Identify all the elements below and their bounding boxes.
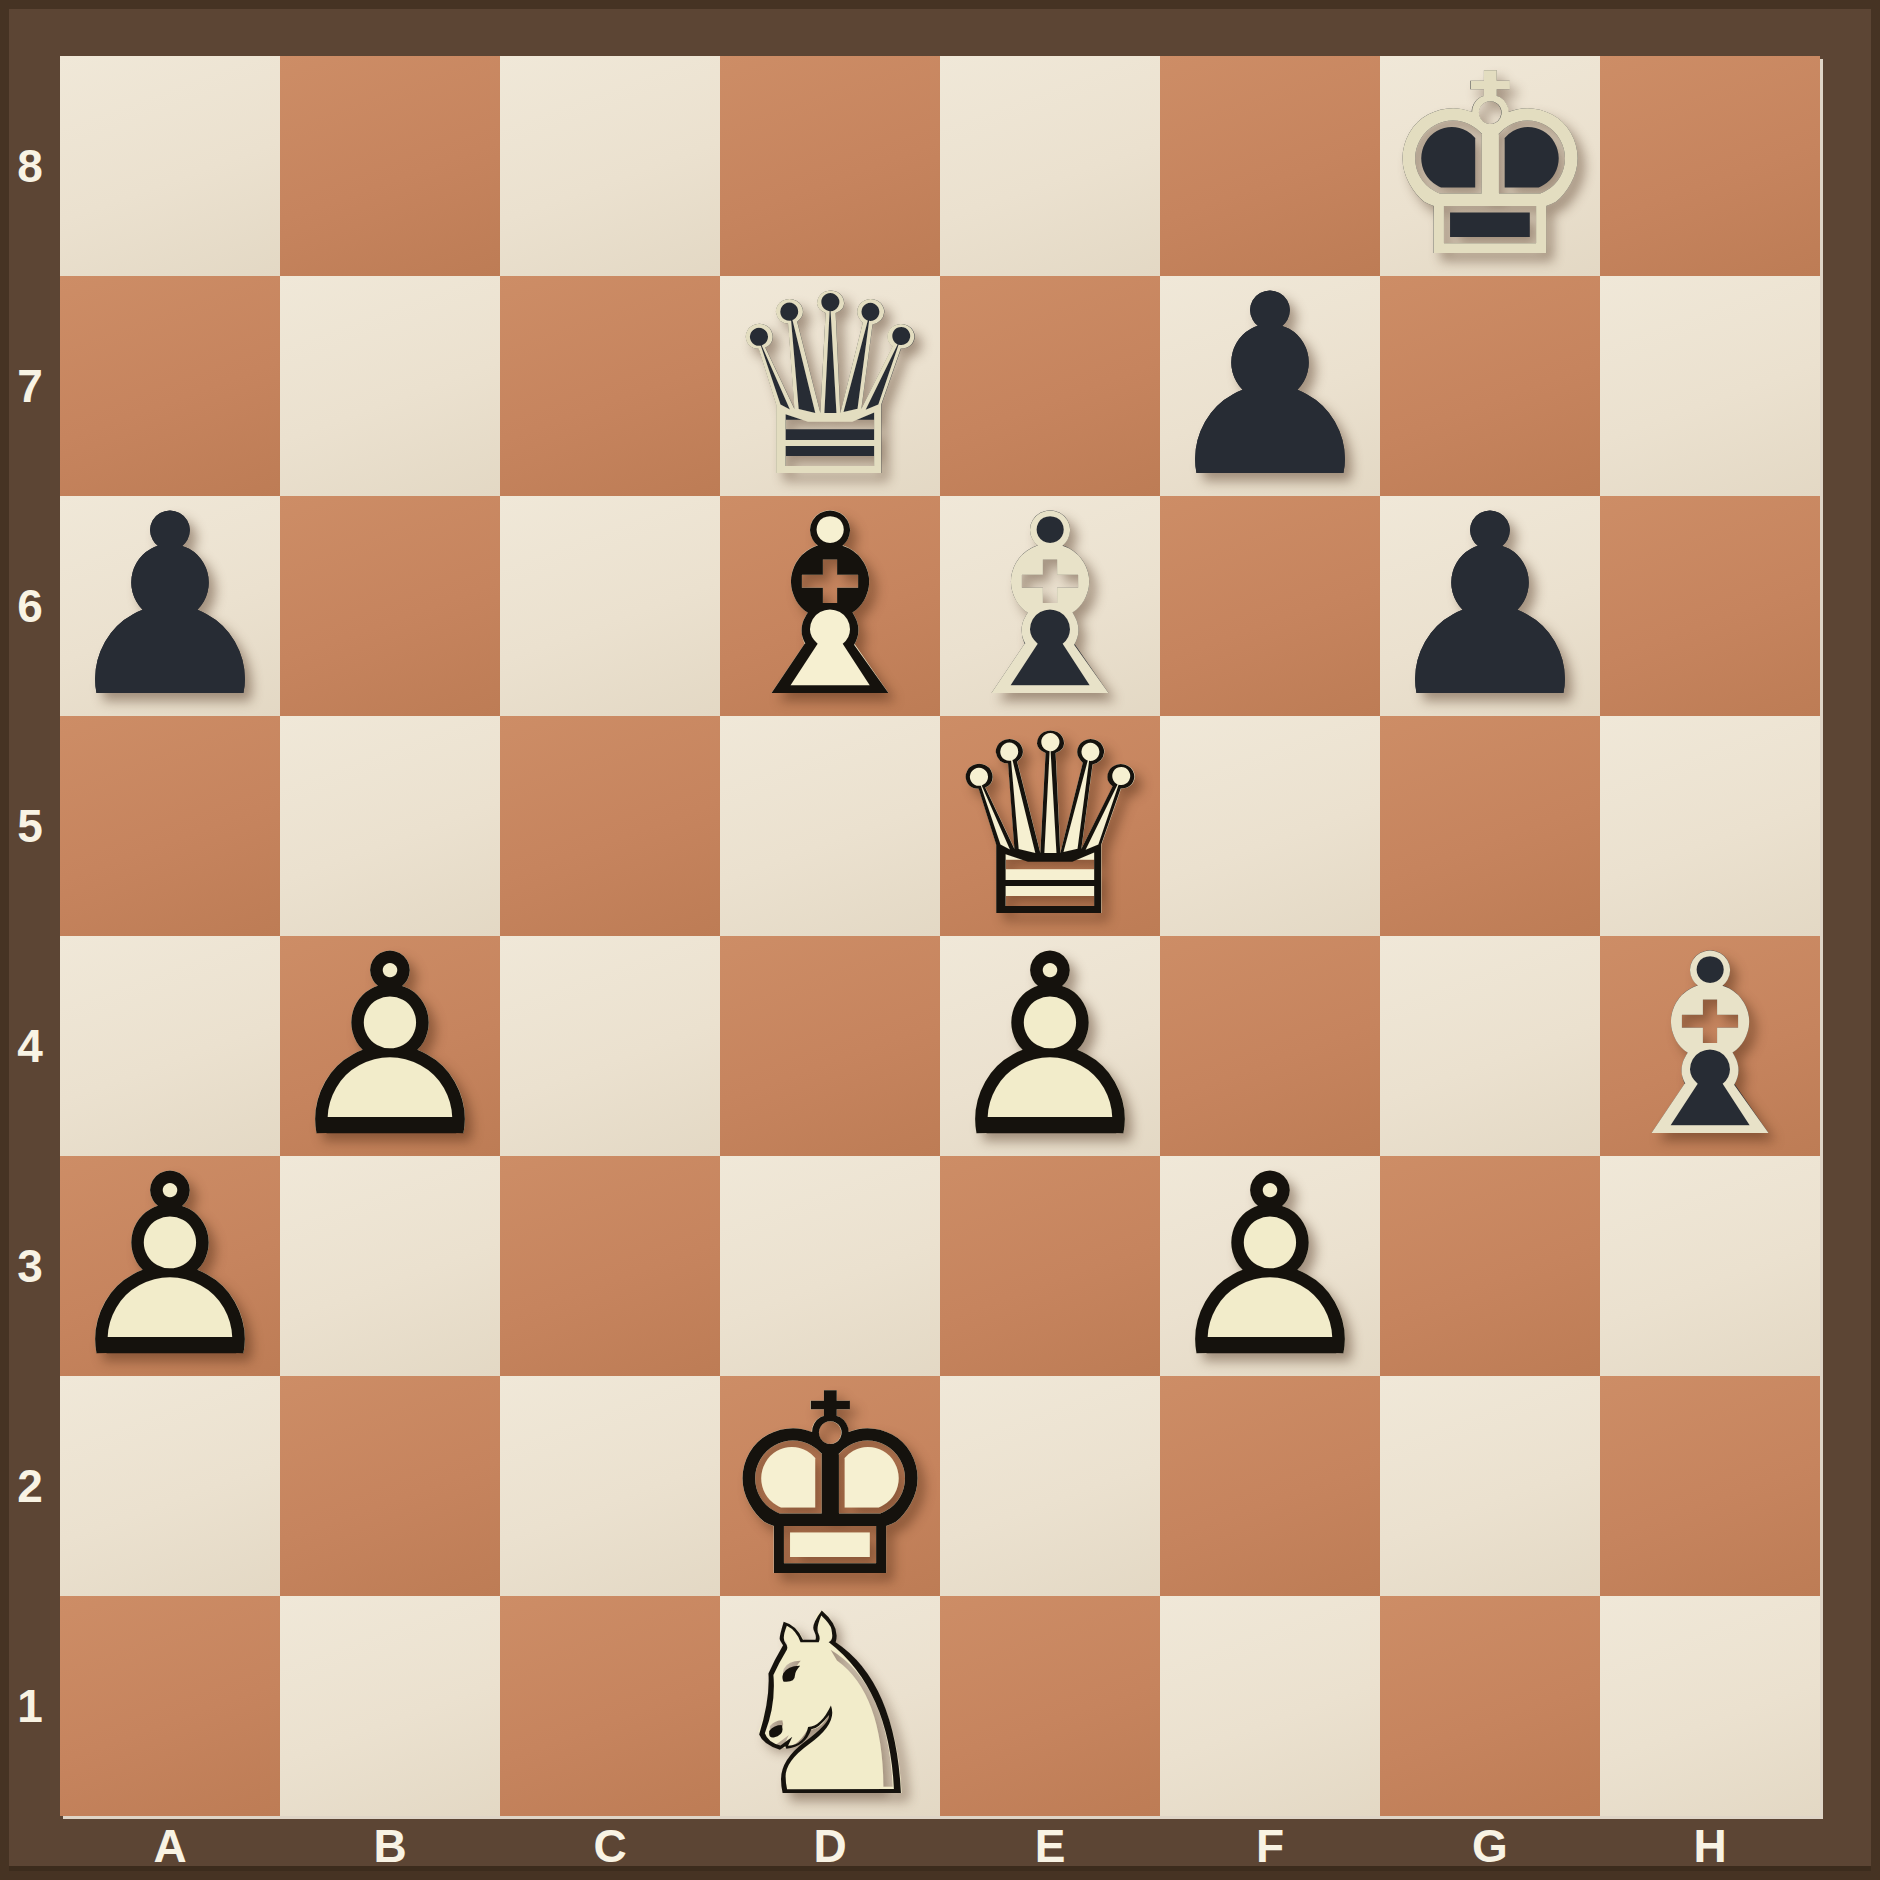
square-g3[interactable] (1380, 1156, 1600, 1376)
square-c4[interactable] (500, 936, 720, 1156)
file-label-h: H (1600, 1820, 1820, 1872)
rank-label-1: 1 (0, 1596, 60, 1816)
square-a2[interactable] (60, 1376, 280, 1596)
black-king-outline-icon: ♔ (1380, 56, 1600, 276)
square-g1[interactable] (1380, 1596, 1600, 1816)
square-f5[interactable] (1160, 716, 1380, 936)
square-d5[interactable] (720, 716, 940, 936)
square-f2[interactable] (1160, 1376, 1380, 1596)
square-g2[interactable] (1380, 1376, 1600, 1596)
square-d4[interactable] (720, 936, 940, 1156)
square-h8[interactable] (1600, 56, 1820, 276)
black-pawn-outline-icon: ♟ (1160, 276, 1380, 496)
rank-label-8: 8 (0, 56, 60, 276)
square-a1[interactable] (60, 1596, 280, 1816)
square-c6[interactable] (500, 496, 720, 716)
square-f3[interactable]: ♟♙ (1160, 1156, 1380, 1376)
square-e3[interactable] (940, 1156, 1160, 1376)
rank-label-2: 2 (0, 1376, 60, 1596)
file-label-g: G (1380, 1820, 1600, 1872)
rank-label-4: 4 (0, 936, 60, 1156)
square-g4[interactable] (1380, 936, 1600, 1156)
piece-white-pawn-b4[interactable]: ♟♙ (280, 936, 500, 1156)
square-b4[interactable]: ♟♙ (280, 936, 500, 1156)
square-b8[interactable] (280, 56, 500, 276)
piece-white-bishop-d6[interactable]: ♝♗ (720, 496, 940, 716)
square-a5[interactable] (60, 716, 280, 936)
file-label-c: C (500, 1820, 720, 1872)
square-a6[interactable]: ♟♟ (60, 496, 280, 716)
chess-board: ♚♔♛♕♟♟♟♟♝♗♝♗♟♟♛♕♟♙♟♙♝♗♟♙♟♙♚♔♞♘ 87654321 … (0, 0, 1880, 1880)
file-label-a: A (60, 1820, 280, 1872)
piece-black-pawn-f7[interactable]: ♟♟ (1160, 276, 1380, 496)
rank-label-7: 7 (0, 276, 60, 496)
white-pawn-outline-icon: ♙ (280, 936, 500, 1156)
square-g5[interactable] (1380, 716, 1600, 936)
square-f6[interactable] (1160, 496, 1380, 716)
square-g8[interactable]: ♚♔ (1380, 56, 1600, 276)
square-h7[interactable] (1600, 276, 1820, 496)
square-e8[interactable] (940, 56, 1160, 276)
file-label-d: D (720, 1820, 940, 1872)
rank-label-6: 6 (0, 496, 60, 716)
square-a3[interactable]: ♟♙ (60, 1156, 280, 1376)
white-pawn-outline-icon: ♙ (1160, 1156, 1380, 1376)
square-c8[interactable] (500, 56, 720, 276)
square-b6[interactable] (280, 496, 500, 716)
white-pawn-outline-icon: ♙ (60, 1156, 280, 1376)
square-e2[interactable] (940, 1376, 1160, 1596)
square-d6[interactable]: ♝♗ (720, 496, 940, 716)
piece-black-pawn-g6[interactable]: ♟♟ (1380, 496, 1600, 716)
square-f7[interactable]: ♟♟ (1160, 276, 1380, 496)
square-b3[interactable] (280, 1156, 500, 1376)
square-d1[interactable]: ♞♘ (720, 1596, 940, 1816)
rank-label-5: 5 (0, 716, 60, 936)
square-e1[interactable] (940, 1596, 1160, 1816)
white-pawn-outline-icon: ♙ (940, 936, 1160, 1156)
square-c3[interactable] (500, 1156, 720, 1376)
square-b1[interactable] (280, 1596, 500, 1816)
black-pawn-outline-icon: ♟ (1380, 496, 1600, 716)
piece-white-pawn-a3[interactable]: ♟♙ (60, 1156, 280, 1376)
square-g6[interactable]: ♟♟ (1380, 496, 1600, 716)
black-bishop-outline-icon: ♗ (1600, 936, 1820, 1156)
piece-white-pawn-e4[interactable]: ♟♙ (940, 936, 1160, 1156)
square-a8[interactable] (60, 56, 280, 276)
square-b7[interactable] (280, 276, 500, 496)
piece-white-pawn-f3[interactable]: ♟♙ (1160, 1156, 1380, 1376)
piece-black-pawn-a6[interactable]: ♟♟ (60, 496, 280, 716)
square-h6[interactable] (1600, 496, 1820, 716)
file-label-f: F (1160, 1820, 1380, 1872)
piece-white-knight-d1[interactable]: ♞♘ (720, 1596, 940, 1816)
rank-label-3: 3 (0, 1156, 60, 1376)
square-f1[interactable] (1160, 1596, 1380, 1816)
square-c1[interactable] (500, 1596, 720, 1816)
square-h2[interactable] (1600, 1376, 1820, 1596)
piece-black-king-g8[interactable]: ♚♔ (1380, 56, 1600, 276)
file-label-e: E (940, 1820, 1160, 1872)
square-h3[interactable] (1600, 1156, 1820, 1376)
square-e4[interactable]: ♟♙ (940, 936, 1160, 1156)
square-h1[interactable] (1600, 1596, 1820, 1816)
square-h4[interactable]: ♝♗ (1600, 936, 1820, 1156)
piece-black-bishop-h4[interactable]: ♝♗ (1600, 936, 1820, 1156)
square-c2[interactable] (500, 1376, 720, 1596)
white-knight-outline-icon: ♘ (720, 1596, 940, 1816)
file-label-b: B (280, 1820, 500, 1872)
board-grid: ♚♔♛♕♟♟♟♟♝♗♝♗♟♟♛♕♟♙♟♙♝♗♟♙♟♙♚♔♞♘ (60, 56, 1820, 1816)
square-c7[interactable] (500, 276, 720, 496)
square-c5[interactable] (500, 716, 720, 936)
white-bishop-outline-icon: ♗ (720, 496, 940, 716)
square-b2[interactable] (280, 1376, 500, 1596)
black-pawn-outline-icon: ♟ (60, 496, 280, 716)
